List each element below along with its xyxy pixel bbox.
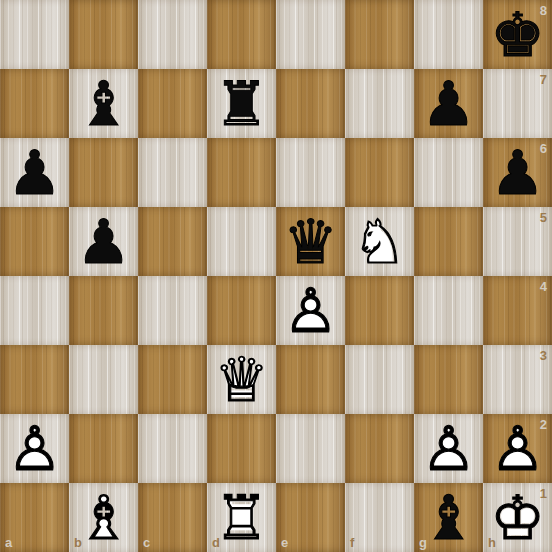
square-b6[interactable]: [69, 138, 138, 207]
square-c3[interactable]: [138, 345, 207, 414]
square-c8[interactable]: [138, 0, 207, 69]
white-queen-d3[interactable]: ♛♕: [207, 345, 276, 414]
file-label-f: f: [350, 536, 354, 549]
black-bishop-b7[interactable]: ♝: [69, 69, 138, 138]
square-d5[interactable]: [207, 207, 276, 276]
square-b3[interactable]: [69, 345, 138, 414]
square-h7[interactable]: 7: [483, 69, 552, 138]
square-b8[interactable]: [69, 0, 138, 69]
square-a5[interactable]: [0, 207, 69, 276]
black-bishop-icon: ♝: [69, 69, 138, 138]
square-h2[interactable]: 2♟♙: [483, 414, 552, 483]
square-h3[interactable]: 3: [483, 345, 552, 414]
square-c7[interactable]: [138, 69, 207, 138]
white-pawn-outline-icon: ♙: [0, 414, 69, 483]
black-king-h8[interactable]: ♚: [483, 0, 552, 69]
square-d4[interactable]: [207, 276, 276, 345]
square-c2[interactable]: [138, 414, 207, 483]
file-label-c: c: [143, 536, 150, 549]
black-bishop-icon: ♝: [414, 483, 483, 552]
square-h5[interactable]: 5: [483, 207, 552, 276]
square-h6[interactable]: 6♟: [483, 138, 552, 207]
square-a3[interactable]: [0, 345, 69, 414]
square-c5[interactable]: [138, 207, 207, 276]
square-b5[interactable]: ♟: [69, 207, 138, 276]
square-e2[interactable]: [276, 414, 345, 483]
black-pawn-icon: ♟: [483, 138, 552, 207]
white-bishop-b1[interactable]: ♝♗: [69, 483, 138, 552]
white-king-outline-icon: ♔: [483, 483, 552, 552]
square-e4[interactable]: ♟♙: [276, 276, 345, 345]
square-b4[interactable]: [69, 276, 138, 345]
white-pawn-e4[interactable]: ♟♙: [276, 276, 345, 345]
square-a6[interactable]: ♟: [0, 138, 69, 207]
square-h1[interactable]: 1h♚♔: [483, 483, 552, 552]
black-bishop-g1[interactable]: ♝: [414, 483, 483, 552]
square-e1[interactable]: e: [276, 483, 345, 552]
square-g6[interactable]: [414, 138, 483, 207]
white-knight-f5[interactable]: ♞♘: [345, 207, 414, 276]
square-e5[interactable]: ♛: [276, 207, 345, 276]
white-pawn-outline-icon: ♙: [414, 414, 483, 483]
square-g1[interactable]: g♝: [414, 483, 483, 552]
square-f2[interactable]: [345, 414, 414, 483]
white-pawn-h2[interactable]: ♟♙: [483, 414, 552, 483]
square-h4[interactable]: 4: [483, 276, 552, 345]
file-label-e: e: [281, 536, 288, 549]
rank-label-5: 5: [540, 211, 547, 224]
rank-label-4: 4: [540, 280, 547, 293]
square-e8[interactable]: [276, 0, 345, 69]
black-pawn-h6[interactable]: ♟: [483, 138, 552, 207]
square-a8[interactable]: [0, 0, 69, 69]
white-knight-outline-icon: ♘: [345, 207, 414, 276]
white-pawn-g2[interactable]: ♟♙: [414, 414, 483, 483]
square-d1[interactable]: d♜♖: [207, 483, 276, 552]
black-rook-d7[interactable]: ♜: [207, 69, 276, 138]
white-rook-outline-icon: ♖: [207, 483, 276, 552]
square-d8[interactable]: [207, 0, 276, 69]
square-h8[interactable]: 8♚: [483, 0, 552, 69]
square-d7[interactable]: ♜: [207, 69, 276, 138]
square-f7[interactable]: [345, 69, 414, 138]
black-pawn-g7[interactable]: ♟: [414, 69, 483, 138]
square-d2[interactable]: [207, 414, 276, 483]
white-pawn-outline-icon: ♙: [483, 414, 552, 483]
black-pawn-icon: ♟: [69, 207, 138, 276]
square-a4[interactable]: [0, 276, 69, 345]
square-d6[interactable]: [207, 138, 276, 207]
square-c6[interactable]: [138, 138, 207, 207]
white-pawn-a2[interactable]: ♟♙: [0, 414, 69, 483]
white-bishop-outline-icon: ♗: [69, 483, 138, 552]
square-a7[interactable]: [0, 69, 69, 138]
square-b2[interactable]: [69, 414, 138, 483]
black-queen-icon: ♛: [276, 207, 345, 276]
black-pawn-icon: ♟: [0, 138, 69, 207]
white-rook-d1[interactable]: ♜♖: [207, 483, 276, 552]
square-a1[interactable]: a: [0, 483, 69, 552]
square-g5[interactable]: [414, 207, 483, 276]
white-queen-outline-icon: ♕: [207, 345, 276, 414]
square-c1[interactable]: c: [138, 483, 207, 552]
square-f5[interactable]: ♞♘: [345, 207, 414, 276]
square-f8[interactable]: [345, 0, 414, 69]
square-f3[interactable]: [345, 345, 414, 414]
square-c4[interactable]: [138, 276, 207, 345]
square-g8[interactable]: [414, 0, 483, 69]
square-f4[interactable]: [345, 276, 414, 345]
rank-label-3: 3: [540, 349, 547, 362]
square-f1[interactable]: f: [345, 483, 414, 552]
square-a2[interactable]: ♟♙: [0, 414, 69, 483]
black-pawn-icon: ♟: [414, 69, 483, 138]
square-g3[interactable]: [414, 345, 483, 414]
black-king-icon: ♚: [483, 0, 552, 69]
square-f6[interactable]: [345, 138, 414, 207]
black-pawn-a6[interactable]: ♟: [0, 138, 69, 207]
chess-board: 8♚♝♜♟7♟6♟♟♛♞♘5♟♙4♛♕3♟♙♟♙2♟♙ab♝♗cd♜♖efg♝1…: [0, 0, 552, 552]
square-g7[interactable]: ♟: [414, 69, 483, 138]
white-king-h1[interactable]: ♚♔: [483, 483, 552, 552]
square-d3[interactable]: ♛♕: [207, 345, 276, 414]
square-b7[interactable]: ♝: [69, 69, 138, 138]
square-g4[interactable]: [414, 276, 483, 345]
white-pawn-outline-icon: ♙: [276, 276, 345, 345]
file-label-a: a: [5, 536, 12, 549]
square-e6[interactable]: [276, 138, 345, 207]
black-rook-icon: ♜: [207, 69, 276, 138]
square-b1[interactable]: b♝♗: [69, 483, 138, 552]
black-pawn-b5[interactable]: ♟: [69, 207, 138, 276]
square-e7[interactable]: [276, 69, 345, 138]
square-g2[interactable]: ♟♙: [414, 414, 483, 483]
black-queen-e5[interactable]: ♛: [276, 207, 345, 276]
square-e3[interactable]: [276, 345, 345, 414]
rank-label-7: 7: [540, 73, 547, 86]
